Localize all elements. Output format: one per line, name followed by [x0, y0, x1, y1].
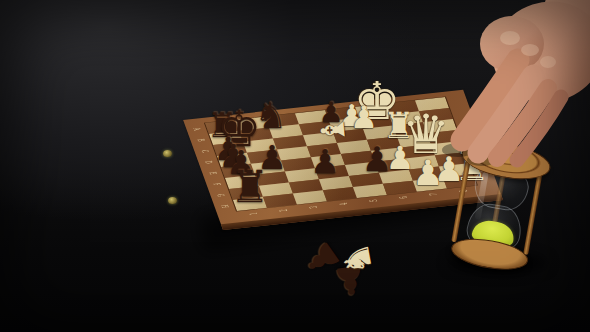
white-pawn-b5[interactable]: ♟ — [349, 102, 380, 133]
knuckle-highlight — [500, 31, 520, 45]
dark-rook-g1[interactable]: ♜ — [228, 165, 272, 209]
brass-clasp-icon — [163, 150, 172, 157]
player-hand[interactable] — [400, 0, 590, 190]
captured-white-knight[interactable]: ♞ — [337, 238, 379, 280]
brass-clasp-icon — [168, 197, 177, 204]
knuckle-highlight — [540, 56, 556, 68]
dark-pawn-f4[interactable]: ♟ — [309, 145, 342, 178]
scene: ABCDEFGH12345678 ♜♚♜♟♟♟♟♞♟♟♟♟♟♚♜♝♛♟♟♟♜♟♟… — [0, 0, 590, 332]
knuckle-highlight — [521, 44, 539, 56]
